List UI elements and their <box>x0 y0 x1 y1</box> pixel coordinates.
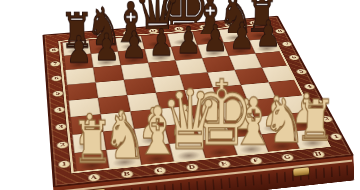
rank-label-left-8: 8 <box>49 47 60 53</box>
square-a7: ♟ <box>64 54 93 70</box>
rank-label-right-2: 2 <box>320 115 334 122</box>
chess-board: ♜♞♝♛♚♝♞♜♟♟♟♟♟♟♟♟♟♟♟♟♟♟♟♟♜♞♝♛♚♝♞♜ AABBCCD… <box>42 16 354 188</box>
square-c3 <box>130 109 164 129</box>
rank-label-left-1: 1 <box>58 160 71 169</box>
square-b5 <box>96 80 128 98</box>
file-label-rear-a: A <box>70 35 80 41</box>
rank-label-right-3: 3 <box>311 99 325 106</box>
file-label-rear-d: D <box>148 28 159 33</box>
square-h2: ♟ <box>283 111 321 131</box>
square-a1: ♜ <box>74 150 109 173</box>
file-label-rear-g: G <box>223 22 234 27</box>
square-b6 <box>93 65 124 82</box>
rank-label-left-3: 3 <box>55 123 67 131</box>
rank-label-right-6: 6 <box>288 54 301 60</box>
square-c5 <box>124 77 156 95</box>
square-e1: ♚ <box>200 138 238 160</box>
square-d7: ♟ <box>145 47 176 63</box>
rank-label-left-6: 6 <box>51 75 62 82</box>
rank-label-left-4: 4 <box>54 106 66 113</box>
square-f5 <box>207 70 240 87</box>
square-a4 <box>69 98 101 117</box>
square-e2: ♟ <box>195 120 231 141</box>
rank-label-left-5: 5 <box>52 90 63 97</box>
file-label-rear-h: H <box>248 20 260 25</box>
board-squares: ♜♞♝♛♚♝♞♜♟♟♟♟♟♟♟♟♟♟♟♟♟♟♟♟♜♞♝♛♚♝♞♜ <box>62 26 324 170</box>
file-label-rear-b: B <box>96 33 107 39</box>
square-a5 <box>67 82 98 100</box>
file-label-rear-f: F <box>198 24 209 29</box>
square-b4 <box>98 95 130 114</box>
rank-label-right-5: 5 <box>295 68 308 74</box>
chess-set-photo: ♜♞♝♛♚♝♞♜♟♟♟♟♟♟♟♟♟♟♟♟♟♟♟♟♜♞♝♛♚♝♞♜ AABBCCD… <box>0 0 360 190</box>
square-a2: ♟ <box>72 132 106 154</box>
square-c1: ♝ <box>138 144 174 166</box>
square-b1: ♞ <box>106 147 142 170</box>
file-label-rear-e: E <box>173 26 184 31</box>
square-d2: ♟ <box>165 123 201 144</box>
square-b7: ♟ <box>91 51 121 67</box>
file-label-rear-c: C <box>122 30 133 36</box>
square-c7: ♟ <box>118 49 148 65</box>
square-h4 <box>269 80 304 98</box>
rank-label-left-2: 2 <box>56 141 69 149</box>
square-a6 <box>65 68 95 85</box>
rank-label-right-7: 7 <box>281 41 293 47</box>
square-e5 <box>180 72 213 90</box>
rank-label-left-7: 7 <box>50 61 61 67</box>
rank-label-right-8: 8 <box>274 28 286 33</box>
rank-label-right-4: 4 <box>303 83 316 90</box>
rank-label-right-1: 1 <box>329 133 344 141</box>
